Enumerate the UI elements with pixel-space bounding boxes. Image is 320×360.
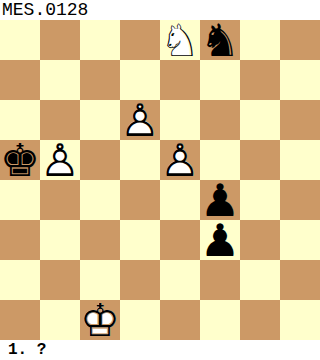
square-h7 bbox=[280, 60, 320, 100]
square-a1 bbox=[0, 300, 40, 340]
square-e5: ♟♙ bbox=[160, 140, 200, 180]
square-d3 bbox=[120, 220, 160, 260]
white-pawn-fill: ♟ bbox=[160, 140, 200, 180]
square-e7 bbox=[160, 60, 200, 100]
square-d7 bbox=[120, 60, 160, 100]
white-pawn: ♙ bbox=[160, 140, 200, 180]
square-d6: ♟♙ bbox=[120, 100, 160, 140]
square-e4 bbox=[160, 180, 200, 220]
square-a8 bbox=[0, 20, 40, 60]
square-b7 bbox=[40, 60, 80, 100]
square-f7 bbox=[200, 60, 240, 100]
square-h1 bbox=[280, 300, 320, 340]
square-d4 bbox=[120, 180, 160, 220]
square-a2 bbox=[0, 260, 40, 300]
square-a3 bbox=[0, 220, 40, 260]
square-e6 bbox=[160, 100, 200, 140]
square-g1 bbox=[240, 300, 280, 340]
black-king: ♚ bbox=[0, 140, 40, 180]
square-c2 bbox=[80, 260, 120, 300]
white-pawn: ♙ bbox=[120, 100, 160, 140]
square-d1 bbox=[120, 300, 160, 340]
square-g8 bbox=[240, 20, 280, 60]
white-knight-fill: ♞ bbox=[160, 20, 200, 60]
white-knight: ♘ bbox=[160, 20, 200, 60]
square-g7 bbox=[240, 60, 280, 100]
square-c1: ♚♔ bbox=[80, 300, 120, 340]
square-c5 bbox=[80, 140, 120, 180]
square-a4 bbox=[0, 180, 40, 220]
square-a6 bbox=[0, 100, 40, 140]
move-prompt: 1. ? bbox=[0, 340, 320, 360]
square-d5 bbox=[120, 140, 160, 180]
square-b4 bbox=[40, 180, 80, 220]
square-c4 bbox=[80, 180, 120, 220]
square-b1 bbox=[40, 300, 80, 340]
square-b5: ♟♙ bbox=[40, 140, 80, 180]
square-d2 bbox=[120, 260, 160, 300]
square-c6 bbox=[80, 100, 120, 140]
square-g3 bbox=[240, 220, 280, 260]
square-e3 bbox=[160, 220, 200, 260]
black-pawn: ♟ bbox=[200, 180, 240, 220]
square-b6 bbox=[40, 100, 80, 140]
square-b3 bbox=[40, 220, 80, 260]
square-f5 bbox=[200, 140, 240, 180]
diagram-title: MES.0128 bbox=[0, 0, 320, 20]
white-pawn-fill: ♟ bbox=[120, 100, 160, 140]
square-f6 bbox=[200, 100, 240, 140]
square-e1 bbox=[160, 300, 200, 340]
square-g4 bbox=[240, 180, 280, 220]
square-b2 bbox=[40, 260, 80, 300]
square-f3: ♟ bbox=[200, 220, 240, 260]
white-pawn-fill: ♟ bbox=[40, 140, 80, 180]
square-g5 bbox=[240, 140, 280, 180]
square-h5 bbox=[280, 140, 320, 180]
square-g2 bbox=[240, 260, 280, 300]
black-pawn: ♟ bbox=[200, 220, 240, 260]
black-knight: ♞ bbox=[200, 20, 240, 60]
white-king: ♔ bbox=[80, 300, 120, 340]
square-h6 bbox=[280, 100, 320, 140]
square-f4: ♟ bbox=[200, 180, 240, 220]
square-a7 bbox=[0, 60, 40, 100]
square-c8 bbox=[80, 20, 120, 60]
square-c7 bbox=[80, 60, 120, 100]
square-a5: ♚ bbox=[0, 140, 40, 180]
square-c3 bbox=[80, 220, 120, 260]
white-king-fill: ♚ bbox=[80, 300, 120, 340]
square-f8: ♞ bbox=[200, 20, 240, 60]
square-g6 bbox=[240, 100, 280, 140]
square-b8 bbox=[40, 20, 80, 60]
square-h2 bbox=[280, 260, 320, 300]
square-d8 bbox=[120, 20, 160, 60]
white-pawn: ♙ bbox=[40, 140, 80, 180]
square-e8: ♞♘ bbox=[160, 20, 200, 60]
square-h3 bbox=[280, 220, 320, 260]
square-f1 bbox=[200, 300, 240, 340]
square-h8 bbox=[280, 20, 320, 60]
chess-board: ♞♘♞♟♙♚♟♙♟♙♟♟♚♔ bbox=[0, 20, 320, 340]
square-h4 bbox=[280, 180, 320, 220]
square-f2 bbox=[200, 260, 240, 300]
square-e2 bbox=[160, 260, 200, 300]
